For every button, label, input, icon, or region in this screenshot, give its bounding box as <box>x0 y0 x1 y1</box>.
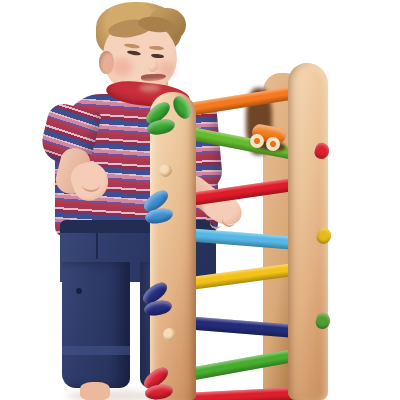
boy-nose <box>147 58 158 72</box>
boy-cheek-blush <box>111 58 133 76</box>
boy-ankle <box>80 382 110 400</box>
boy-jeans-rivet <box>76 288 82 294</box>
boy-right-hand-fingers <box>82 178 100 192</box>
toy-car-wheel <box>250 134 264 148</box>
toy-left-rail <box>150 92 196 400</box>
toy-dowel-peg <box>159 164 172 177</box>
boy-jeans-left-leg <box>62 262 130 388</box>
boy-jeans-cuff-seam <box>62 346 130 355</box>
toy-dowel-peg <box>163 328 176 341</box>
boy-jeans-fly-seam <box>96 233 98 259</box>
ramp-red-bottom <box>186 387 297 400</box>
boy-chin-shadow <box>139 84 161 92</box>
toy-car-wheel <box>266 137 280 151</box>
photo-scene <box>0 0 400 400</box>
